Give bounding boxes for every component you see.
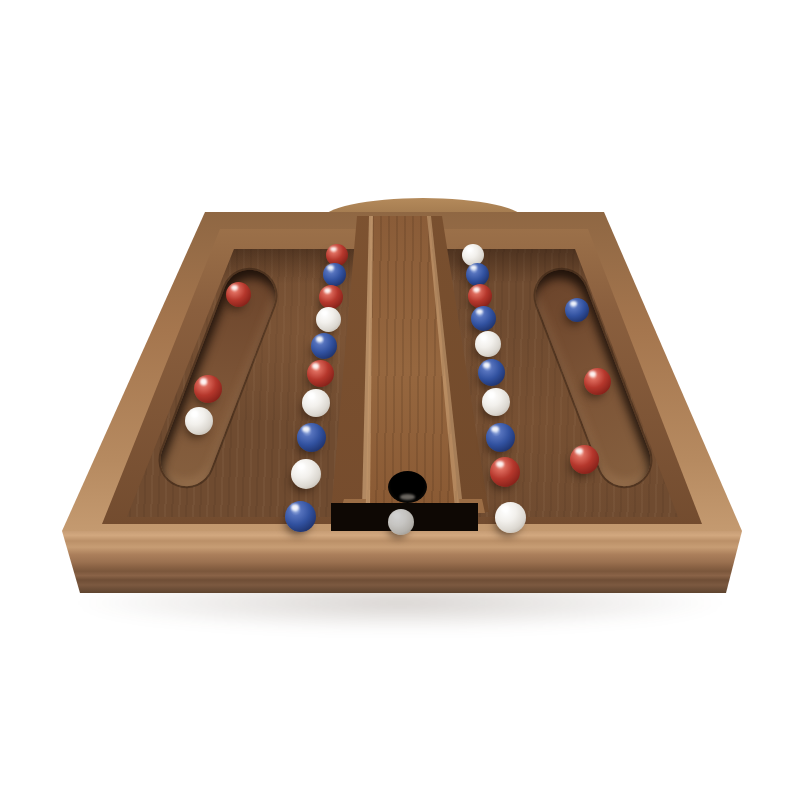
marble-red-TR2[interactable] [584,368,611,395]
marbles-layer [0,0,800,800]
marble-white-R7[interactable] [482,388,510,416]
marble-blue-L5[interactable] [311,333,337,359]
marble-blue-R8[interactable] [486,423,515,452]
marble-red-L6[interactable] [307,360,334,387]
marble-white-R5[interactable] [475,331,501,357]
marble-blue-L2[interactable] [323,263,346,286]
marble-red-TR3[interactable] [570,445,599,474]
marble-blue-R4[interactable] [471,306,496,331]
marble-white-L7[interactable] [302,389,330,417]
marble-red-R9[interactable] [490,457,520,487]
marble-white-TP1[interactable] [388,509,414,535]
marble-white-L9[interactable] [291,459,321,489]
marble-red-R3[interactable] [468,284,492,308]
marble-red-TL2[interactable] [194,375,222,403]
marble-blue-L10[interactable] [285,501,316,532]
marble-red-L3[interactable] [319,285,343,309]
marble-red-TL1[interactable] [226,282,251,307]
marble-blue-TR1[interactable] [565,298,589,322]
marble-blue-L8[interactable] [297,423,326,452]
marble-white-TL3[interactable] [185,407,213,435]
marble-white-R10[interactable] [495,502,526,533]
marble-blue-R6[interactable] [478,359,505,386]
marble-blue-R2[interactable] [466,263,489,286]
board-scene [0,0,800,800]
marble-white-L4[interactable] [316,307,341,332]
